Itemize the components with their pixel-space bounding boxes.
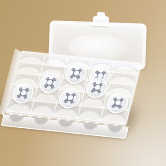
compartment-cell	[78, 106, 105, 121]
box-base	[5, 51, 142, 126]
compartment-cell	[31, 101, 58, 116]
compartment-cell	[84, 81, 111, 96]
compartment-cell	[57, 90, 84, 106]
compartment-cell	[64, 67, 90, 81]
compartment-cell	[37, 76, 64, 91]
lid-latch	[92, 16, 108, 27]
lid-latch-nub	[97, 12, 105, 19]
bobbin-box	[0, 0, 166, 166]
compartment-cell	[104, 95, 131, 111]
compartment-cell	[10, 85, 37, 101]
compartment-grid	[7, 53, 139, 124]
